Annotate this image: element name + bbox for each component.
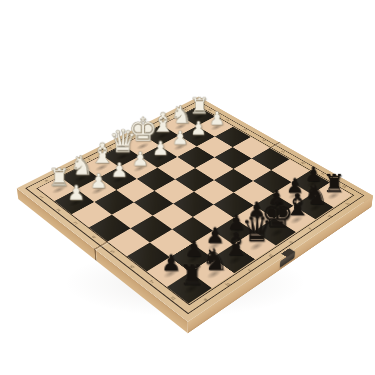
board-grid: ♜♞♝♛♚♝♞♜♟♟♟♟♟♟♟♟♟♟♟♟♟♟♟♟♜♞♝♛♚♝♞♜ xyxy=(38,107,352,304)
folding-chess-board: 11aa22bb33cc44dd55ee66ff77gg88hh ♜♞♝♛♚♝♞… xyxy=(17,97,373,322)
piece-glyph: ♜ xyxy=(165,261,220,289)
piece-glyph: ♟ xyxy=(52,183,101,203)
chess-set-photo: 11aa22bb33cc44dd55ee66ff77gg88hh ♜♞♝♛♚♝♞… xyxy=(0,0,375,375)
photo-scene: 11aa22bb33cc44dd55ee66ff77gg88hh ♜♞♝♛♚♝♞… xyxy=(0,0,375,375)
